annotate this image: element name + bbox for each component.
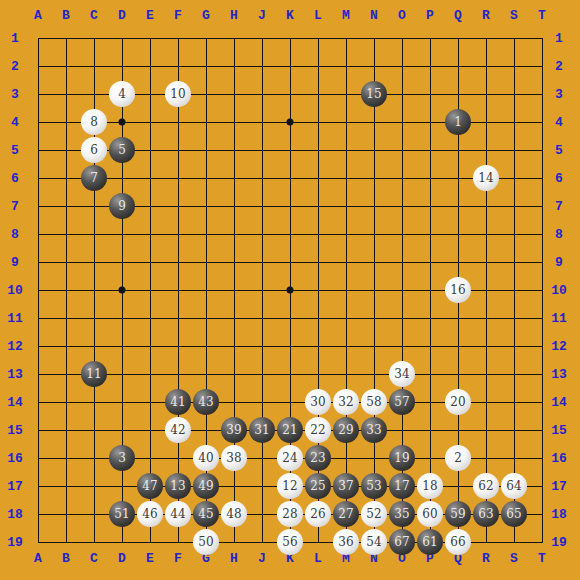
coord-label-left: 7 [11, 199, 19, 214]
coord-label-bottom: C [90, 551, 98, 566]
stone-R18-black[interactable]: 63 [473, 501, 499, 527]
coord-label-left: 4 [11, 115, 19, 130]
move-number: 23 [310, 452, 325, 464]
stone-J15-black[interactable]: 31 [249, 417, 275, 443]
coord-label-top: L [314, 8, 322, 23]
move-number: 39 [226, 424, 241, 436]
move-number: 25 [310, 480, 325, 492]
coord-label-left: 9 [11, 255, 19, 270]
move-number: 43 [198, 396, 213, 408]
stone-D7-black[interactable]: 9 [109, 193, 135, 219]
move-number: 65 [506, 508, 521, 520]
coord-label-right: 2 [555, 59, 563, 74]
coord-label-right: 13 [551, 367, 567, 382]
stone-F18-white[interactable]: 44 [165, 501, 191, 527]
grid-line-vertical [486, 38, 487, 543]
move-number: 21 [282, 424, 297, 436]
move-number: 36 [338, 536, 353, 548]
move-number: 64 [506, 480, 521, 492]
move-number: 41 [170, 396, 185, 408]
grid-line-vertical [514, 38, 515, 543]
coord-label-top: Q [454, 8, 462, 23]
stone-D5-black[interactable]: 5 [109, 137, 135, 163]
stone-N18-white[interactable]: 52 [361, 501, 387, 527]
coord-label-right: 10 [551, 283, 567, 298]
stone-M18-black[interactable]: 27 [333, 501, 359, 527]
coord-label-right: 12 [551, 339, 567, 354]
grid-line-horizontal [38, 374, 543, 375]
stone-N19-white[interactable]: 54 [361, 529, 387, 555]
stone-O14-black[interactable]: 57 [389, 389, 415, 415]
stone-O19-black[interactable]: 67 [389, 529, 415, 555]
stone-F15-white[interactable]: 42 [165, 417, 191, 443]
move-number: 11 [86, 368, 101, 380]
move-number: 2 [454, 452, 462, 464]
coord-label-right: 11 [551, 311, 567, 326]
coord-label-bottom: S [510, 551, 518, 566]
coord-label-right: 1 [555, 31, 563, 46]
move-number: 67 [394, 536, 409, 548]
coord-label-right: 3 [555, 87, 563, 102]
stone-G19-white[interactable]: 50 [193, 529, 219, 555]
stone-C4-white[interactable]: 8 [81, 109, 107, 135]
stone-L16-black[interactable]: 23 [305, 445, 331, 471]
coord-label-left: 12 [7, 339, 23, 354]
move-number: 56 [282, 536, 297, 548]
move-number: 8 [90, 116, 98, 128]
star-point [287, 119, 294, 126]
coord-label-top: T [538, 8, 546, 23]
coord-label-top: P [426, 8, 434, 23]
move-number: 19 [394, 452, 409, 464]
coord-label-top: G [202, 8, 210, 23]
move-number: 32 [338, 396, 353, 408]
coord-label-right: 19 [551, 535, 567, 550]
coord-label-right: 18 [551, 507, 567, 522]
move-number: 33 [366, 424, 381, 436]
move-number: 57 [394, 396, 409, 408]
coord-label-top: N [370, 8, 378, 23]
stone-F17-black[interactable]: 13 [165, 473, 191, 499]
move-number: 66 [450, 536, 465, 548]
coord-label-left: 15 [7, 423, 23, 438]
move-number: 12 [282, 480, 297, 492]
stone-O16-black[interactable]: 19 [389, 445, 415, 471]
stone-S17-white[interactable]: 64 [501, 473, 527, 499]
grid-line-vertical [430, 38, 431, 543]
stone-F3-white[interactable]: 10 [165, 81, 191, 107]
move-number: 51 [114, 508, 129, 520]
stone-M14-white[interactable]: 32 [333, 389, 359, 415]
move-number: 20 [450, 396, 465, 408]
star-point [119, 119, 126, 126]
move-number: 3 [118, 452, 126, 464]
coord-label-bottom: R [482, 551, 490, 566]
stone-L15-white[interactable]: 22 [305, 417, 331, 443]
coord-label-left: 10 [7, 283, 23, 298]
stone-G16-white[interactable]: 40 [193, 445, 219, 471]
coord-label-left: 18 [7, 507, 23, 522]
stone-O18-black[interactable]: 35 [389, 501, 415, 527]
stone-M19-white[interactable]: 36 [333, 529, 359, 555]
stone-Q16-white[interactable]: 2 [445, 445, 471, 471]
coord-label-left: 11 [7, 311, 23, 326]
move-number: 53 [366, 480, 381, 492]
coord-label-bottom: L [314, 551, 322, 566]
stone-K15-black[interactable]: 21 [277, 417, 303, 443]
stone-N14-white[interactable]: 58 [361, 389, 387, 415]
move-number: 62 [478, 480, 493, 492]
coord-label-right: 15 [551, 423, 567, 438]
coord-label-left: 8 [11, 227, 19, 242]
coord-label-bottom: B [62, 551, 70, 566]
coord-label-right: 4 [555, 115, 563, 130]
coord-label-bottom: E [146, 551, 154, 566]
move-number: 37 [338, 480, 353, 492]
coord-label-top: K [286, 8, 294, 23]
coord-label-left: 16 [7, 451, 23, 466]
stone-G14-black[interactable]: 43 [193, 389, 219, 415]
stone-F14-black[interactable]: 41 [165, 389, 191, 415]
move-number: 17 [394, 480, 409, 492]
move-number: 16 [450, 284, 465, 296]
move-number: 7 [90, 172, 98, 184]
move-number: 10 [170, 88, 185, 100]
move-number: 48 [226, 508, 241, 520]
move-number: 14 [478, 172, 493, 184]
move-number: 27 [338, 508, 353, 520]
move-number: 38 [226, 452, 241, 464]
coord-label-top: O [398, 8, 406, 23]
stone-L18-white[interactable]: 26 [305, 501, 331, 527]
stone-L14-white[interactable]: 30 [305, 389, 331, 415]
move-number: 4 [118, 88, 126, 100]
stone-Q19-white[interactable]: 66 [445, 529, 471, 555]
coord-label-left: 2 [11, 59, 19, 74]
stone-N3-black[interactable]: 15 [361, 81, 387, 107]
move-number: 30 [310, 396, 325, 408]
coord-label-top: H [230, 8, 238, 23]
stone-P17-white[interactable]: 18 [417, 473, 443, 499]
coord-label-top: E [146, 8, 154, 23]
stone-D3-white[interactable]: 4 [109, 81, 135, 107]
stone-K17-white[interactable]: 12 [277, 473, 303, 499]
move-number: 22 [310, 424, 325, 436]
coord-label-left: 19 [7, 535, 23, 550]
move-number: 42 [170, 424, 185, 436]
move-number: 63 [478, 508, 493, 520]
move-number: 13 [170, 480, 185, 492]
coord-label-top: R [482, 8, 490, 23]
coord-label-bottom: A [34, 551, 42, 566]
coord-label-top: M [342, 8, 350, 23]
move-number: 45 [198, 508, 213, 520]
stone-G18-black[interactable]: 45 [193, 501, 219, 527]
stone-H15-black[interactable]: 39 [221, 417, 247, 443]
stone-K18-white[interactable]: 28 [277, 501, 303, 527]
stone-K19-white[interactable]: 56 [277, 529, 303, 555]
stone-Q4-black[interactable]: 1 [445, 109, 471, 135]
coord-label-bottom: H [230, 551, 238, 566]
move-number: 60 [422, 508, 437, 520]
move-number: 28 [282, 508, 297, 520]
move-number: 46 [142, 508, 157, 520]
stone-Q10-white[interactable]: 16 [445, 277, 471, 303]
coord-label-right: 7 [555, 199, 563, 214]
coord-label-top: S [510, 8, 518, 23]
move-number: 61 [422, 536, 437, 548]
coord-label-right: 16 [551, 451, 567, 466]
stone-D18-black[interactable]: 51 [109, 501, 135, 527]
stone-P19-black[interactable]: 61 [417, 529, 443, 555]
coord-label-left: 13 [7, 367, 23, 382]
stone-E18-white[interactable]: 46 [137, 501, 163, 527]
move-number: 58 [366, 396, 381, 408]
coord-label-right: 6 [555, 171, 563, 186]
stone-H18-white[interactable]: 48 [221, 501, 247, 527]
stone-H16-white[interactable]: 38 [221, 445, 247, 471]
stone-P18-white[interactable]: 60 [417, 501, 443, 527]
stone-C13-black[interactable]: 11 [81, 361, 107, 387]
move-number: 9 [118, 200, 126, 212]
move-number: 44 [170, 508, 185, 520]
move-number: 5 [118, 144, 126, 156]
coord-label-top: B [62, 8, 70, 23]
stone-Q14-white[interactable]: 20 [445, 389, 471, 415]
grid-line-vertical [542, 38, 543, 543]
coord-label-left: 17 [7, 479, 23, 494]
coord-label-right: 5 [555, 143, 563, 158]
grid-line-horizontal [38, 318, 543, 319]
move-number: 52 [366, 508, 381, 520]
coord-label-left: 14 [7, 395, 23, 410]
stone-Q18-black[interactable]: 59 [445, 501, 471, 527]
coord-label-top: D [118, 8, 126, 23]
coord-label-right: 17 [551, 479, 567, 494]
coord-label-bottom: J [258, 551, 266, 566]
move-number: 18 [422, 480, 437, 492]
move-number: 35 [394, 508, 409, 520]
stone-L17-black[interactable]: 25 [305, 473, 331, 499]
stone-K16-white[interactable]: 24 [277, 445, 303, 471]
grid-line-horizontal [38, 346, 543, 347]
coord-label-top: A [34, 8, 42, 23]
move-number: 54 [366, 536, 381, 548]
stone-G17-black[interactable]: 49 [193, 473, 219, 499]
coord-label-bottom: T [538, 551, 546, 566]
coord-label-right: 8 [555, 227, 563, 242]
stone-M15-black[interactable]: 29 [333, 417, 359, 443]
stone-S18-black[interactable]: 65 [501, 501, 527, 527]
coord-label-top: F [174, 8, 182, 23]
stone-N17-black[interactable]: 53 [361, 473, 387, 499]
coord-label-left: 5 [11, 143, 19, 158]
move-number: 6 [90, 144, 98, 156]
stone-D16-black[interactable]: 3 [109, 445, 135, 471]
move-number: 59 [450, 508, 465, 520]
coord-label-left: 6 [11, 171, 19, 186]
stone-R6-white[interactable]: 14 [473, 165, 499, 191]
move-number: 40 [198, 452, 213, 464]
coord-label-bottom: F [174, 551, 182, 566]
move-number: 34 [394, 368, 409, 380]
coord-label-right: 14 [551, 395, 567, 410]
stone-R17-white[interactable]: 62 [473, 473, 499, 499]
coord-label-right: 9 [555, 255, 563, 270]
star-point [119, 287, 126, 294]
coord-label-bottom: D [118, 551, 126, 566]
stone-E17-black[interactable]: 47 [137, 473, 163, 499]
move-number: 1 [454, 116, 462, 128]
star-point [287, 287, 294, 294]
coord-label-top: C [90, 8, 98, 23]
stone-O17-black[interactable]: 17 [389, 473, 415, 499]
move-number: 24 [282, 452, 297, 464]
move-number: 29 [338, 424, 353, 436]
grid-line-vertical [346, 38, 347, 543]
stone-N15-black[interactable]: 33 [361, 417, 387, 443]
move-number: 50 [198, 536, 213, 548]
move-number: 15 [366, 88, 381, 100]
move-number: 47 [142, 480, 157, 492]
go-board[interactable]: AABBCCDDEEFFGGHHJJKKLLMMNNOOPPQQRRSSTT11… [0, 0, 580, 580]
stone-M17-black[interactable]: 37 [333, 473, 359, 499]
stone-C6-black[interactable]: 7 [81, 165, 107, 191]
grid-line-vertical [374, 38, 375, 543]
coord-label-left: 3 [11, 87, 19, 102]
coord-label-left: 1 [11, 31, 19, 46]
stone-C5-white[interactable]: 6 [81, 137, 107, 163]
stone-O13-white[interactable]: 34 [389, 361, 415, 387]
move-number: 49 [198, 480, 213, 492]
move-number: 26 [310, 508, 325, 520]
move-number: 31 [254, 424, 269, 436]
coord-label-top: J [258, 8, 266, 23]
